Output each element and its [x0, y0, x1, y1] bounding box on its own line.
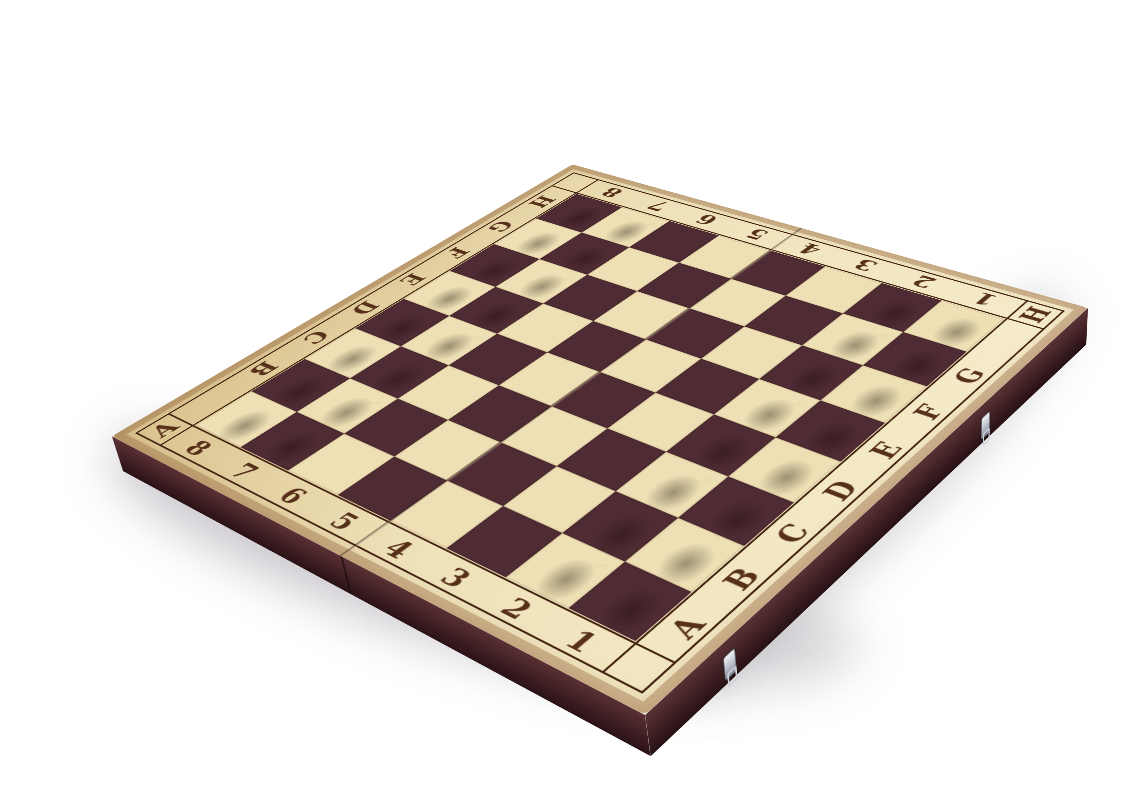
latch-icon: [723, 647, 737, 681]
chess-set-photo: A H 87654321 87654321 BCDEFGH ABCDEFG: [0, 0, 1127, 800]
coordinate-label: 7: [200, 447, 288, 497]
corner-box: [601, 642, 677, 693]
perspective-scene: A H 87654321 87654321 BCDEFGH ABCDEFG: [0, 0, 1127, 800]
camera-tilt: A H 87654321 87654321 BCDEFGH ABCDEFG: [0, 0, 1127, 800]
square-c5[interactable]: [448, 385, 552, 442]
chess-board: A H 87654321 87654321 BCDEFGH ABCDEFG: [112, 164, 1088, 715]
square-a6[interactable]: [288, 434, 395, 495]
square-a5[interactable]: [338, 456, 447, 520]
square-b6[interactable]: [344, 399, 448, 457]
latch-icon: [981, 411, 990, 441]
square-a4[interactable]: [391, 481, 504, 549]
square-b5[interactable]: [394, 420, 501, 481]
